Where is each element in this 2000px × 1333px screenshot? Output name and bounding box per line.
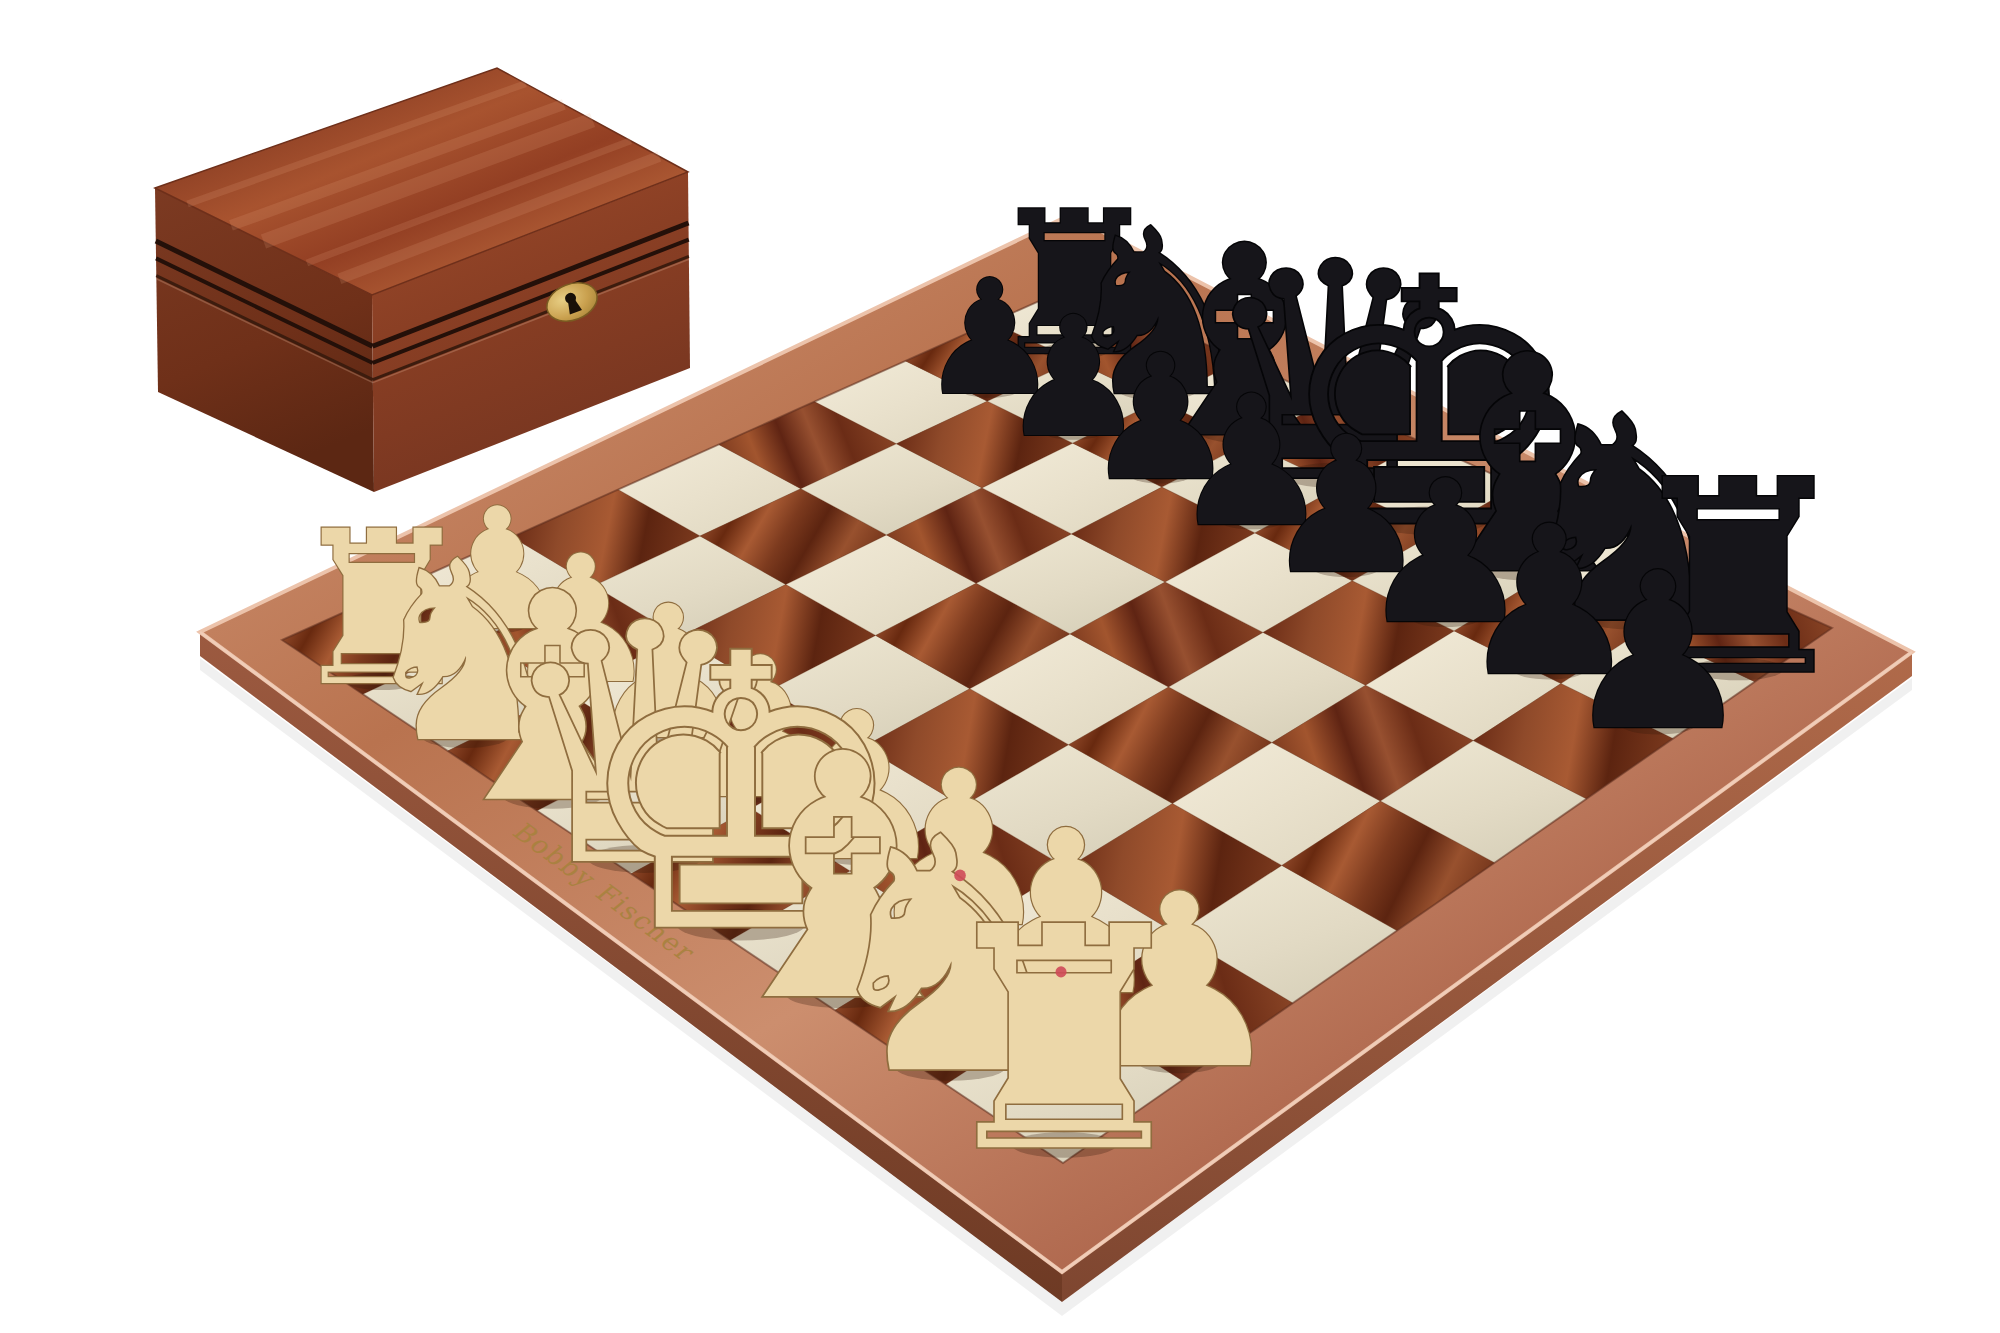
- kingside-marker-dot: [1056, 966, 1067, 977]
- chess-scene: Bobby Fischer ♜♞♟♝♟♛♟♚♟♝♟♞♟♟♜♟♟♜♟♟♞♟♝♟♛♟…: [0, 0, 2000, 1333]
- chess-set-product-photo: Bobby Fischer ♜♞♟♝♟♛♟♚♟♝♟♞♟♟♜♟♟♜♟♟♞♟♝♟♛♟…: [0, 0, 2000, 1333]
- white-rook-h1: ♜: [926, 862, 1201, 1219]
- storage-box: [155, 68, 690, 492]
- black-pawn-h7: ♟: [1561, 527, 1755, 778]
